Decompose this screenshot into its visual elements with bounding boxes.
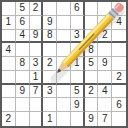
cell-r8c8[interactable]: [98, 98, 112, 112]
cell-r3c3[interactable]: 9: [30, 30, 44, 44]
cell-r9c4[interactable]: 1: [43, 112, 57, 126]
cell-r1c8[interactable]: [98, 2, 112, 16]
cell-r4c3[interactable]: [30, 43, 44, 57]
cell-r1c3[interactable]: 2: [30, 2, 44, 16]
cell-r6c3[interactable]: 1: [30, 71, 44, 85]
cell-r5c6[interactable]: 1: [71, 57, 85, 71]
cell-r2c7[interactable]: [85, 16, 99, 30]
cell-r8c2[interactable]: [16, 98, 30, 112]
cell-r9c3[interactable]: [30, 112, 44, 126]
cell-r3c6[interactable]: 3: [71, 30, 85, 44]
cell-r5c7[interactable]: 5: [85, 57, 99, 71]
cell-r5c1[interactable]: [2, 57, 16, 71]
cell-r2c5[interactable]: [57, 16, 71, 30]
cell-r6c6[interactable]: [71, 71, 85, 85]
cell-r4c1[interactable]: 4: [2, 43, 16, 57]
cell-r8c9[interactable]: 6: [112, 98, 126, 112]
cell-r5c5[interactable]: [57, 57, 71, 71]
cell-r1c6[interactable]: 6: [71, 2, 85, 16]
cell-r7c8[interactable]: 4: [98, 85, 112, 99]
cell-r9c9[interactable]: [112, 112, 126, 126]
cell-r4c6[interactable]: [71, 43, 85, 57]
cell-r8c3[interactable]: [30, 98, 44, 112]
cell-r6c1[interactable]: [2, 71, 16, 85]
cell-r4c9[interactable]: [112, 43, 126, 57]
cell-r2c3[interactable]: [30, 16, 44, 30]
cell-r6c7[interactable]: [85, 71, 99, 85]
cell-r4c8[interactable]: [98, 43, 112, 57]
cell-r2c1[interactable]: 1: [2, 16, 16, 30]
cell-r2c9[interactable]: 4: [112, 16, 126, 30]
cell-r3c9[interactable]: [112, 30, 126, 44]
cell-r9c5[interactable]: [57, 112, 71, 126]
cell-r7c9[interactable]: [112, 85, 126, 99]
cell-r5c4[interactable]: 2: [43, 57, 57, 71]
cell-r7c6[interactable]: 5: [71, 85, 85, 99]
cell-r6c5[interactable]: [57, 71, 71, 85]
cell-r6c2[interactable]: [16, 71, 30, 85]
cell-r9c7[interactable]: 9: [85, 112, 99, 126]
cell-r8c6[interactable]: 9: [71, 98, 85, 112]
cell-r7c5[interactable]: [57, 85, 71, 99]
cell-r2c2[interactable]: 6: [16, 16, 30, 30]
cell-r6c9[interactable]: 2: [112, 71, 126, 85]
sudoku-grid: 5261694498324883215912973524962197: [2, 2, 126, 126]
cell-r3c5[interactable]: [57, 30, 71, 44]
cell-r5c8[interactable]: 9: [98, 57, 112, 71]
cell-r5c9[interactable]: [112, 57, 126, 71]
cell-r7c2[interactable]: 9: [16, 85, 30, 99]
cell-r4c5[interactable]: [57, 43, 71, 57]
cell-r1c7[interactable]: [85, 2, 99, 16]
cell-r2c4[interactable]: 9: [43, 16, 57, 30]
cell-r6c4[interactable]: [43, 71, 57, 85]
cell-r4c2[interactable]: [16, 43, 30, 57]
cell-r9c2[interactable]: [16, 112, 30, 126]
cell-r1c4[interactable]: [43, 2, 57, 16]
cell-r3c2[interactable]: 4: [16, 30, 30, 44]
cell-r7c7[interactable]: 2: [85, 85, 99, 99]
cell-r2c6[interactable]: [71, 16, 85, 30]
cell-r9c1[interactable]: 2: [2, 112, 16, 126]
cell-r3c7[interactable]: [85, 30, 99, 44]
cell-r2c8[interactable]: [98, 16, 112, 30]
cell-r7c1[interactable]: [2, 85, 16, 99]
cell-r1c9[interactable]: [112, 2, 126, 16]
cell-r8c4[interactable]: [43, 98, 57, 112]
cell-r7c3[interactable]: 7: [30, 85, 44, 99]
sudoku-board: 5261694498324883215912973524962197: [0, 0, 128, 128]
cell-r9c6[interactable]: [71, 112, 85, 126]
cell-r1c2[interactable]: 5: [16, 2, 30, 16]
cell-r9c8[interactable]: 7: [98, 112, 112, 126]
cell-r6c8[interactable]: [98, 71, 112, 85]
cell-r4c4[interactable]: [43, 43, 57, 57]
cell-r1c1[interactable]: [2, 2, 16, 16]
cell-r4c7[interactable]: 8: [85, 43, 99, 57]
cell-r3c8[interactable]: 2: [98, 30, 112, 44]
cell-r3c1[interactable]: [2, 30, 16, 44]
cell-r8c7[interactable]: [85, 98, 99, 112]
cell-r5c2[interactable]: 8: [16, 57, 30, 71]
cell-r3c4[interactable]: 8: [43, 30, 57, 44]
cell-r7c4[interactable]: 3: [43, 85, 57, 99]
cell-r1c5[interactable]: [57, 2, 71, 16]
cell-r8c1[interactable]: [2, 98, 16, 112]
cell-r8c5[interactable]: [57, 98, 71, 112]
cell-r5c3[interactable]: 3: [30, 57, 44, 71]
